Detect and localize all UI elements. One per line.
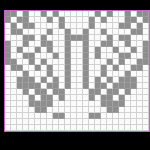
grid-cell-r19-c23[interactable] [143,125,149,131]
screenshot-root: { "game": "pixel-grid-chart", "descripti… [0,0,150,150]
chart-frame [4,10,150,132]
pixel-grid-board[interactable] [5,11,149,131]
